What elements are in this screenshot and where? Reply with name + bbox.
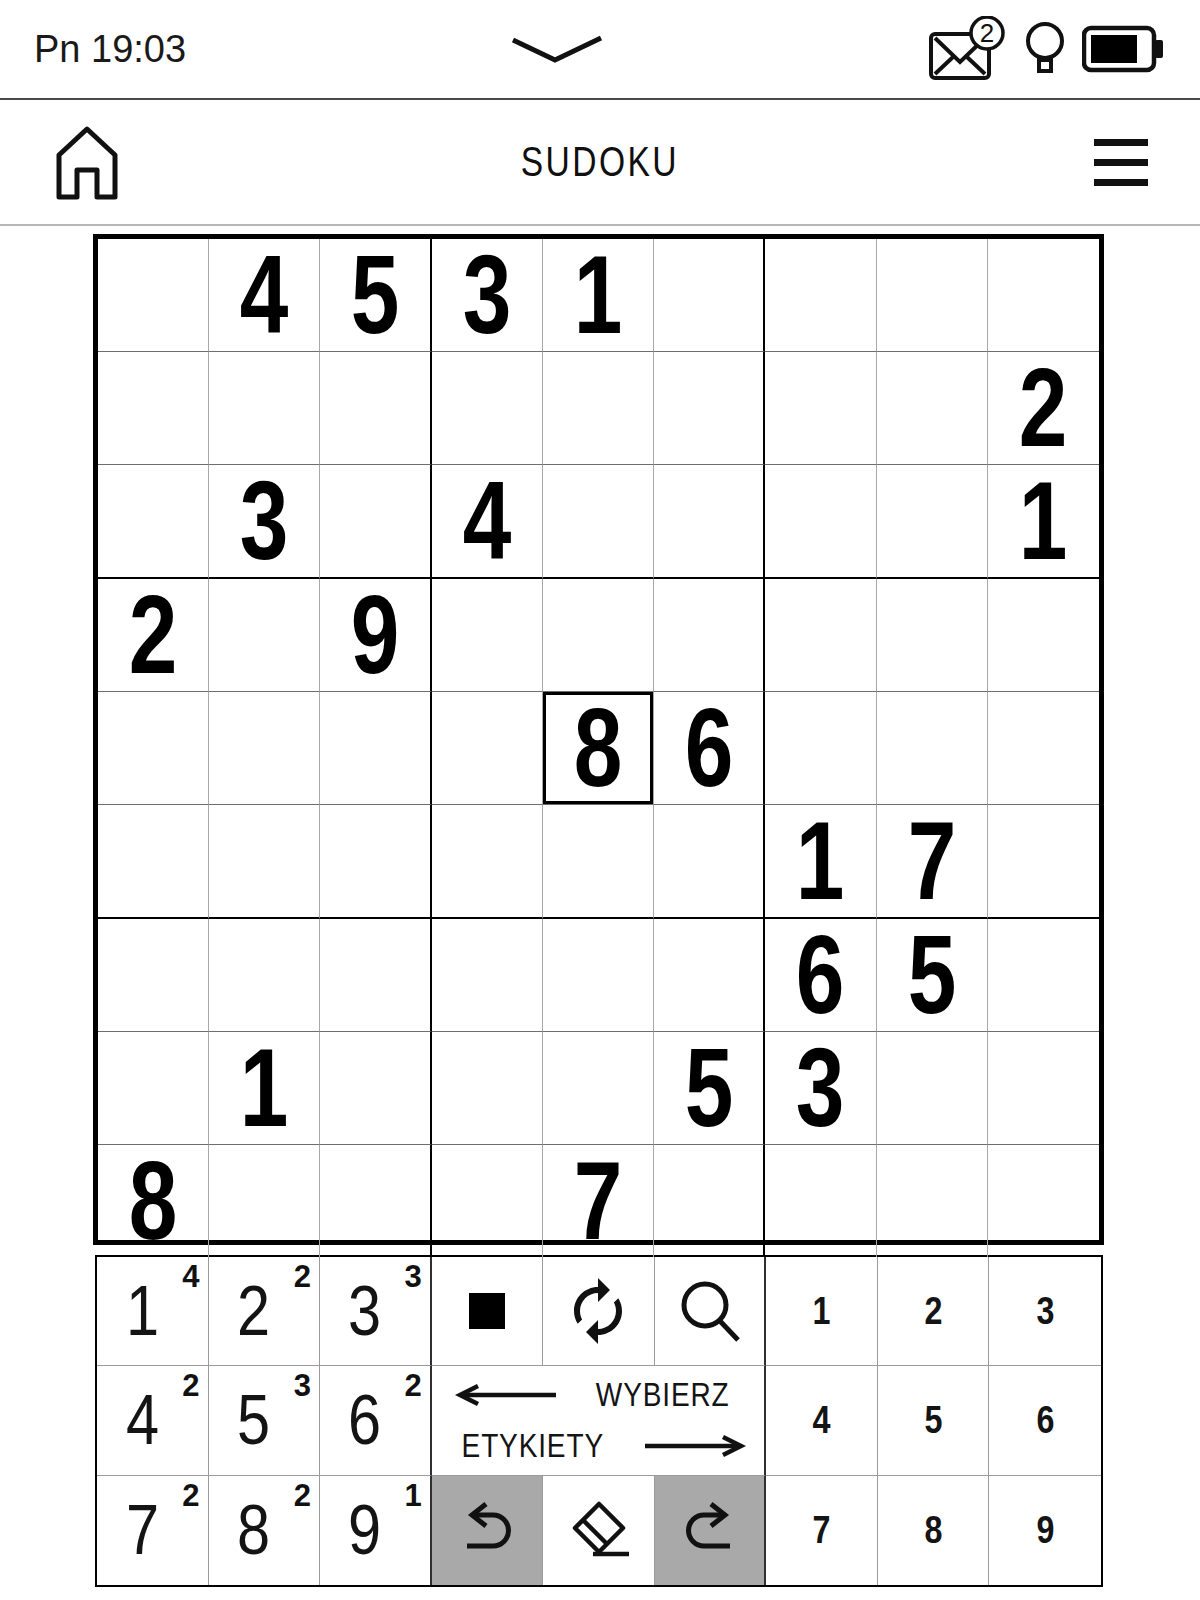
board-cell-r1c5[interactable]: 1 bbox=[543, 239, 654, 352]
digit-count-badge: 3 bbox=[404, 1259, 421, 1295]
board-cell-r1c3[interactable]: 5 bbox=[320, 239, 431, 352]
number-panel: WYBIERZ ETYKIETY 14223342536272829112345… bbox=[95, 1255, 1103, 1587]
digit-count-badge: 2 bbox=[404, 1368, 421, 1404]
cell-digit: 9 bbox=[351, 579, 400, 691]
board-cell-r4c3[interactable]: 9 bbox=[320, 579, 431, 692]
digit-button-5[interactable]: 53 bbox=[209, 1366, 321, 1475]
board-cell-r4c8[interactable] bbox=[877, 579, 988, 692]
board-cell-r3c6[interactable] bbox=[654, 465, 765, 579]
board-cell-r3c4[interactable]: 4 bbox=[432, 465, 543, 579]
board-cell-r3c1[interactable] bbox=[98, 465, 209, 579]
board-cell-r4c6[interactable] bbox=[654, 579, 765, 692]
digit-label: 3 bbox=[348, 1276, 381, 1346]
clock: Pn 19:03 bbox=[34, 28, 186, 71]
board-cell-r6c6[interactable] bbox=[654, 805, 765, 919]
board-cell-r2c6[interactable] bbox=[654, 352, 765, 465]
board-cell-r5c8[interactable] bbox=[877, 692, 988, 805]
battery-icon bbox=[1082, 25, 1166, 73]
black-square-icon bbox=[469, 1293, 505, 1329]
board-cell-r2c3[interactable] bbox=[320, 352, 431, 465]
board-cell-r8c1[interactable] bbox=[98, 1032, 209, 1145]
quick-digit-label: 3 bbox=[1036, 1290, 1054, 1333]
board-cell-r4c4[interactable] bbox=[432, 579, 543, 692]
quick-digit-label: 5 bbox=[924, 1399, 942, 1442]
board-cell-r4c1[interactable]: 2 bbox=[98, 579, 209, 692]
quick-digit-2[interactable]: 2 bbox=[878, 1257, 990, 1366]
board-cell-r6c3[interactable] bbox=[320, 805, 431, 919]
cell-digit: 6 bbox=[796, 919, 845, 1031]
board-cell-r7c6[interactable] bbox=[654, 919, 765, 1032]
board-cell-r1c4[interactable]: 3 bbox=[432, 239, 543, 352]
board-cell-r3c5[interactable] bbox=[543, 465, 654, 579]
quick-digit-label: 7 bbox=[813, 1509, 831, 1552]
undo-button[interactable] bbox=[432, 1476, 544, 1585]
board-cell-r2c2[interactable] bbox=[209, 352, 320, 465]
quick-digit-4[interactable]: 4 bbox=[766, 1366, 878, 1475]
board-cell-r7c8[interactable]: 5 bbox=[877, 919, 988, 1032]
board-cell-r7c9[interactable] bbox=[988, 919, 1099, 1032]
cell-digit: 6 bbox=[684, 692, 733, 804]
digit-label: 1 bbox=[126, 1276, 159, 1346]
board-cell-r3c2[interactable]: 3 bbox=[209, 465, 320, 579]
board-cell-r5c2[interactable] bbox=[209, 692, 320, 805]
quick-digit-label: 1 bbox=[813, 1290, 831, 1333]
board-cell-r1c2[interactable]: 4 bbox=[209, 239, 320, 352]
digit-label: 4 bbox=[126, 1385, 159, 1455]
digit-button-8[interactable]: 82 bbox=[209, 1476, 321, 1585]
digit-count-badge: 2 bbox=[182, 1368, 199, 1404]
digit-button-4[interactable]: 42 bbox=[97, 1366, 209, 1475]
board-cell-r5c9[interactable] bbox=[988, 692, 1099, 805]
digit-label: 9 bbox=[348, 1495, 381, 1565]
board-cell-r9c7[interactable] bbox=[765, 1145, 876, 1257]
digit-count-badge: 2 bbox=[294, 1478, 311, 1514]
cell-digit: 1 bbox=[796, 805, 845, 917]
board-cell-r9c8[interactable] bbox=[877, 1145, 988, 1257]
board-cell-r9c1[interactable]: 8 bbox=[98, 1145, 209, 1257]
board-cell-r2c1[interactable] bbox=[98, 352, 209, 465]
board-cell-r2c7[interactable] bbox=[765, 352, 876, 465]
board-cell-r3c9[interactable]: 1 bbox=[988, 465, 1099, 579]
board-cell-r8c9[interactable] bbox=[988, 1032, 1099, 1145]
board-cell-r7c2[interactable] bbox=[209, 919, 320, 1032]
digit-count-badge: 2 bbox=[182, 1478, 199, 1514]
digit-button-9[interactable]: 91 bbox=[320, 1476, 432, 1585]
quick-digit-9[interactable]: 9 bbox=[989, 1476, 1101, 1585]
board-cell-r2c9[interactable]: 2 bbox=[988, 352, 1099, 465]
chevron-down-icon[interactable] bbox=[509, 32, 605, 66]
board-cell-r3c7[interactable] bbox=[765, 465, 876, 579]
quick-digit-1[interactable]: 1 bbox=[766, 1257, 878, 1366]
board-cell-r7c3[interactable] bbox=[320, 919, 431, 1032]
board-cell-r5c6[interactable]: 6 bbox=[654, 692, 765, 805]
board-cell-r8c5[interactable] bbox=[543, 1032, 654, 1145]
board-cell-r1c1[interactable] bbox=[98, 239, 209, 352]
board-cell-r9c4[interactable] bbox=[432, 1145, 543, 1257]
erase-button[interactable] bbox=[543, 1476, 655, 1585]
sudoku-board: 453123412986176515387 bbox=[93, 234, 1104, 1245]
labels-mode-toggle[interactable]: WYBIERZ ETYKIETY bbox=[432, 1366, 767, 1475]
board-cell-r8c7[interactable]: 3 bbox=[765, 1032, 876, 1145]
board-cell-r6c8[interactable]: 7 bbox=[877, 805, 988, 919]
eraser-icon bbox=[563, 1500, 633, 1560]
digit-button-1[interactable]: 14 bbox=[97, 1257, 209, 1366]
digit-button-6[interactable]: 62 bbox=[320, 1366, 432, 1475]
board-cell-r9c2[interactable] bbox=[209, 1145, 320, 1257]
board-cell-r3c3[interactable] bbox=[320, 465, 431, 579]
digit-count-badge: 4 bbox=[182, 1259, 199, 1295]
mail-icon[interactable]: 2 bbox=[928, 16, 1008, 82]
digit-label: 8 bbox=[237, 1495, 270, 1565]
cell-digit: 4 bbox=[240, 239, 289, 351]
quick-digit-5[interactable]: 5 bbox=[878, 1366, 990, 1475]
quick-digit-3[interactable]: 3 bbox=[989, 1257, 1101, 1366]
board-cell-r8c6[interactable]: 5 bbox=[654, 1032, 765, 1145]
cell-digit: 5 bbox=[684, 1032, 733, 1144]
board-cell-r2c8[interactable] bbox=[877, 352, 988, 465]
cell-digit: 7 bbox=[574, 1145, 623, 1257]
board-cell-r5c1[interactable] bbox=[98, 692, 209, 805]
quick-digit-8[interactable]: 8 bbox=[878, 1476, 990, 1585]
board-cell-r8c8[interactable] bbox=[877, 1032, 988, 1145]
cell-digit: 7 bbox=[907, 805, 956, 917]
digit-label: 7 bbox=[126, 1495, 159, 1565]
board-cell-r1c9[interactable] bbox=[988, 239, 1099, 352]
board-cell-r4c7[interactable] bbox=[765, 579, 876, 692]
digit-button-3[interactable]: 33 bbox=[320, 1257, 432, 1366]
board-cell-r7c1[interactable] bbox=[98, 919, 209, 1032]
redo-icon bbox=[678, 1501, 742, 1559]
board-cell-r6c1[interactable] bbox=[98, 805, 209, 919]
arrow-right-icon bbox=[641, 1434, 747, 1458]
board-cell-r4c2[interactable] bbox=[209, 579, 320, 692]
arrow-left-icon bbox=[454, 1383, 560, 1407]
board-cell-r4c9[interactable] bbox=[988, 579, 1099, 692]
board-cell-r6c5[interactable] bbox=[543, 805, 654, 919]
quick-digit-label: 2 bbox=[924, 1290, 942, 1333]
cell-digit: 5 bbox=[351, 239, 400, 351]
quick-digit-7[interactable]: 7 bbox=[766, 1476, 878, 1585]
digit-button-2[interactable]: 22 bbox=[209, 1257, 321, 1366]
digit-button-7[interactable]: 72 bbox=[97, 1476, 209, 1585]
board-cell-r3c8[interactable] bbox=[877, 465, 988, 579]
board-cell-r8c3[interactable] bbox=[320, 1032, 431, 1145]
cell-digit: 1 bbox=[240, 1032, 289, 1144]
search-button[interactable] bbox=[655, 1257, 767, 1366]
mail-badge: 2 bbox=[980, 18, 994, 48]
digit-count-badge: 3 bbox=[294, 1368, 311, 1404]
quick-digit-label: 9 bbox=[1036, 1509, 1054, 1552]
board-cell-r5c5[interactable]: 8 bbox=[543, 692, 654, 805]
cell-digit: 3 bbox=[796, 1032, 845, 1144]
board-cell-r9c9[interactable] bbox=[988, 1145, 1099, 1257]
board-cell-r5c7[interactable] bbox=[765, 692, 876, 805]
board-cell-r4c5[interactable] bbox=[543, 579, 654, 692]
board-cell-r5c3[interactable] bbox=[320, 692, 431, 805]
board-cell-r8c4[interactable] bbox=[432, 1032, 543, 1145]
labels-line2: ETYKIETY bbox=[462, 1427, 604, 1465]
app-header: SUDOKU bbox=[0, 100, 1200, 226]
board-cell-r9c6[interactable] bbox=[654, 1145, 765, 1257]
digit-label: 5 bbox=[237, 1385, 270, 1455]
sync-icon bbox=[562, 1275, 634, 1347]
board-cell-r5c4[interactable] bbox=[432, 692, 543, 805]
fill-mode-button[interactable] bbox=[432, 1257, 544, 1366]
cell-digit: 4 bbox=[462, 465, 511, 577]
board-cell-r1c8[interactable] bbox=[877, 239, 988, 352]
cell-digit: 3 bbox=[240, 465, 289, 577]
page-title: SUDOKU bbox=[0, 138, 1200, 186]
board-cell-r2c4[interactable] bbox=[432, 352, 543, 465]
frontlight-icon[interactable] bbox=[1022, 20, 1068, 78]
board-cell-r2c5[interactable] bbox=[543, 352, 654, 465]
cell-digit: 2 bbox=[129, 579, 178, 691]
search-icon bbox=[677, 1278, 743, 1344]
board-cell-r6c4[interactable] bbox=[432, 805, 543, 919]
status-bar: Pn 19:03 2 bbox=[0, 0, 1200, 100]
digit-count-badge: 1 bbox=[404, 1478, 421, 1514]
undo-icon bbox=[455, 1501, 519, 1559]
cell-digit: 5 bbox=[907, 919, 956, 1031]
quick-digit-label: 4 bbox=[813, 1399, 831, 1442]
board-cell-r6c9[interactable] bbox=[988, 805, 1099, 919]
cell-digit: 8 bbox=[574, 692, 623, 804]
cell-digit: 2 bbox=[1019, 352, 1068, 464]
board-cell-r6c7[interactable]: 1 bbox=[765, 805, 876, 919]
board-cell-r9c5[interactable]: 7 bbox=[543, 1145, 654, 1257]
digit-label: 2 bbox=[237, 1276, 270, 1346]
digit-count-badge: 2 bbox=[294, 1259, 311, 1295]
redo-button[interactable] bbox=[655, 1476, 767, 1585]
cell-digit: 1 bbox=[1019, 465, 1068, 577]
board-cell-r1c6[interactable] bbox=[654, 239, 765, 352]
cell-digit: 3 bbox=[462, 239, 511, 351]
quick-digit-label: 6 bbox=[1036, 1399, 1054, 1442]
board-cell-r7c4[interactable] bbox=[432, 919, 543, 1032]
board-cell-r7c7[interactable]: 6 bbox=[765, 919, 876, 1032]
board-cell-r1c7[interactable] bbox=[765, 239, 876, 352]
cell-digit: 1 bbox=[574, 239, 623, 351]
digit-label: 6 bbox=[348, 1385, 381, 1455]
board-cell-r8c2[interactable]: 1 bbox=[209, 1032, 320, 1145]
labels-line1: WYBIERZ bbox=[596, 1376, 730, 1414]
quick-digit-label: 8 bbox=[924, 1509, 942, 1552]
quick-digit-6[interactable]: 6 bbox=[989, 1366, 1101, 1475]
sync-button[interactable] bbox=[543, 1257, 655, 1366]
cell-digit: 8 bbox=[129, 1145, 178, 1257]
board-cell-r6c2[interactable] bbox=[209, 805, 320, 919]
board-cell-r9c3[interactable] bbox=[320, 1145, 431, 1257]
board-cell-r7c5[interactable] bbox=[543, 919, 654, 1032]
